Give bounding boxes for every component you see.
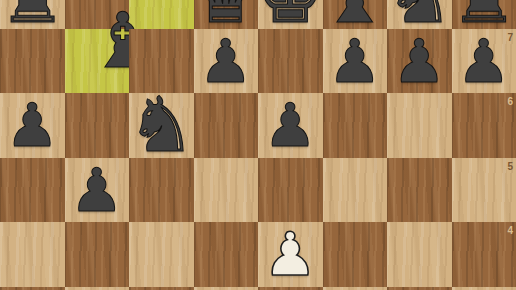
square-b5[interactable]: ♟ (65, 158, 130, 223)
square-a6[interactable]: ♟ (0, 93, 65, 158)
chess-board: ♜♛♚♝♞♜♝♟♟♟♟♟♞♟♟♟7654 (0, 0, 516, 290)
square-a8[interactable]: ♜ (0, 0, 65, 29)
square-c6[interactable]: ♞ (129, 93, 194, 158)
square-e4[interactable]: ♟ (258, 222, 323, 287)
black-rook-a8[interactable]: ♜ (0, 0, 66, 29)
square-g3[interactable] (387, 287, 452, 290)
square-c5[interactable] (129, 158, 194, 223)
rank-label-7: 7 (507, 33, 513, 43)
square-a4[interactable] (0, 222, 65, 287)
square-d8[interactable]: ♛ (194, 0, 259, 29)
square-g6[interactable] (387, 93, 452, 158)
square-h7[interactable]: ♟ (452, 29, 516, 94)
square-e5[interactable] (258, 158, 323, 223)
square-g4[interactable] (387, 222, 452, 287)
square-f4[interactable] (323, 222, 388, 287)
square-c4[interactable] (129, 222, 194, 287)
black-knight-c6[interactable]: ♞ (127, 93, 195, 158)
square-d6[interactable] (194, 93, 259, 158)
square-e7[interactable] (258, 29, 323, 94)
square-g8[interactable]: ♞ (387, 0, 452, 29)
square-d7[interactable]: ♟ (194, 29, 259, 94)
white-pawn-e4[interactable]: ♟ (263, 222, 317, 287)
black-pawn-f7[interactable]: ♟ (328, 29, 382, 94)
square-a7[interactable] (0, 29, 65, 94)
square-g7[interactable]: ♟ (387, 29, 452, 94)
square-b3[interactable] (65, 287, 130, 290)
square-f8[interactable]: ♝ (323, 0, 388, 29)
square-b4[interactable] (65, 222, 130, 287)
square-h5[interactable] (452, 158, 516, 223)
black-rook-h8[interactable]: ♜ (450, 0, 516, 29)
square-f5[interactable] (323, 158, 388, 223)
square-f3[interactable] (323, 287, 388, 290)
square-b6[interactable] (65, 93, 130, 158)
square-f7[interactable]: ♟ (323, 29, 388, 94)
square-e6[interactable]: ♟ (258, 93, 323, 158)
square-h6[interactable] (452, 93, 516, 158)
black-pawn-e6[interactable]: ♟ (263, 93, 317, 158)
square-h3[interactable] (452, 287, 516, 290)
square-d5[interactable] (194, 158, 259, 223)
square-g5[interactable] (387, 158, 452, 223)
board-viewport: ♜♛♚♝♞♜♝♟♟♟♟♟♞♟♟♟7654 (0, 0, 516, 290)
rank-label-4: 4 (507, 226, 513, 236)
square-e3[interactable] (258, 287, 323, 290)
black-queen-d8[interactable]: ♛ (192, 0, 260, 29)
square-e8[interactable]: ♚ (258, 0, 323, 29)
square-a5[interactable] (0, 158, 65, 223)
rank-label-5: 5 (507, 162, 513, 172)
square-b7[interactable]: ♝ (65, 29, 130, 94)
black-pawn-a6[interactable]: ♟ (5, 93, 59, 158)
square-a3[interactable] (0, 287, 65, 290)
rank-label-6: 6 (507, 97, 513, 107)
black-king-e8[interactable]: ♚ (256, 0, 324, 29)
square-f6[interactable] (323, 93, 388, 158)
square-d3[interactable] (194, 287, 259, 290)
black-pawn-h7[interactable]: ♟ (457, 29, 511, 94)
square-h4[interactable] (452, 222, 516, 287)
square-c3[interactable] (129, 287, 194, 290)
black-pawn-b5[interactable]: ♟ (70, 158, 124, 223)
black-bishop-f8[interactable]: ♝ (321, 0, 389, 29)
black-pawn-d7[interactable]: ♟ (199, 29, 253, 94)
square-h8[interactable]: ♜ (452, 0, 516, 29)
square-d4[interactable] (194, 222, 259, 287)
black-knight-g8[interactable]: ♞ (385, 0, 453, 29)
black-pawn-g7[interactable]: ♟ (392, 29, 446, 94)
